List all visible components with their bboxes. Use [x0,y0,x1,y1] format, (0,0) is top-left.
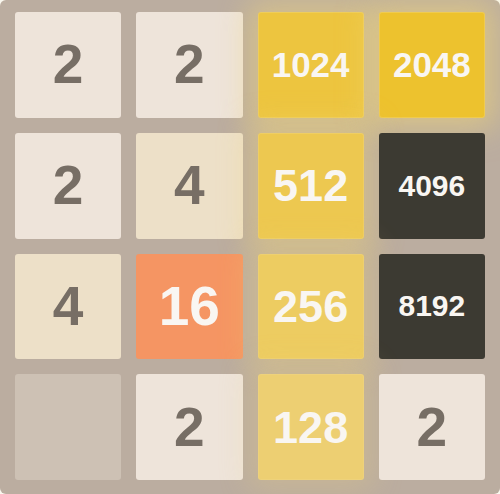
tile-128: 128 [258,374,364,480]
tile-2: 2 [15,133,121,239]
tile-4096: 4096 [379,133,485,239]
tile-2: 2 [379,374,485,480]
tile-2: 2 [136,12,242,118]
board-2048[interactable]: 2210242048245124096416256819221282 [0,0,500,494]
tile-512: 512 [258,133,364,239]
empty-cell [15,374,121,480]
tile-2048: 2048 [379,12,485,118]
tile-1024: 1024 [258,12,364,118]
tile-8192: 8192 [379,254,485,360]
tile-2: 2 [136,374,242,480]
tile-16: 16 [136,254,242,360]
tile-256: 256 [258,254,364,360]
tile-4: 4 [136,133,242,239]
tile-4: 4 [15,254,121,360]
tile-2: 2 [15,12,121,118]
